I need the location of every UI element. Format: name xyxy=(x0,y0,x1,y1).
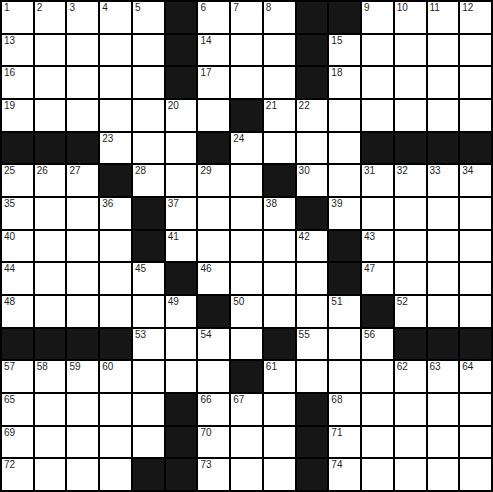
cell-r1-c15[interactable]: 12 xyxy=(460,2,491,33)
cell-r9-c12[interactable]: 47 xyxy=(362,263,393,294)
cell-r13-c9[interactable] xyxy=(264,394,295,425)
cell-r13-c11[interactable]: 68 xyxy=(329,394,360,425)
cell-r14-c5[interactable] xyxy=(133,427,164,458)
clue-number: 31 xyxy=(364,165,375,177)
black-cell-r10-c7 xyxy=(198,296,229,327)
clue-number: 7 xyxy=(233,2,239,14)
cell-r2-c3[interactable] xyxy=(67,35,98,66)
cell-r4-c13[interactable] xyxy=(395,100,426,131)
clue-number: 12 xyxy=(462,2,473,14)
cell-r7-c11[interactable]: 39 xyxy=(329,198,360,229)
cell-r12-c9[interactable]: 61 xyxy=(264,361,295,392)
black-cell-r2-c6 xyxy=(166,35,197,66)
cell-r15-c12[interactable] xyxy=(362,459,393,490)
black-cell-r5-c13 xyxy=(395,133,426,164)
cell-r4-c2[interactable] xyxy=(35,100,66,131)
cell-r8-c7[interactable] xyxy=(198,231,229,262)
cell-r5-c5[interactable] xyxy=(133,133,164,164)
cell-r9-c2[interactable] xyxy=(35,263,66,294)
cell-r2-c8[interactable] xyxy=(231,35,262,66)
cell-r7-c6[interactable]: 37 xyxy=(166,198,197,229)
clue-number: 11 xyxy=(430,2,440,14)
cell-r2-c2[interactable] xyxy=(35,35,66,66)
cell-r12-c5[interactable] xyxy=(133,361,164,392)
black-cell-r7-c10 xyxy=(297,198,328,229)
cell-r9-c5[interactable]: 45 xyxy=(133,263,164,294)
cell-r13-c15[interactable] xyxy=(460,394,491,425)
cell-r15-c3[interactable] xyxy=(67,459,98,490)
cell-r7-c8[interactable] xyxy=(231,198,262,229)
black-cell-r4-c8 xyxy=(231,100,262,131)
cell-r15-c9[interactable] xyxy=(264,459,295,490)
cell-r15-c11[interactable]: 74 xyxy=(329,459,360,490)
cell-r5-c6[interactable] xyxy=(166,133,197,164)
cell-r14-c13[interactable] xyxy=(395,427,426,458)
clue-number: 23 xyxy=(102,133,113,145)
cell-r5-c4[interactable]: 23 xyxy=(100,133,131,164)
black-cell-r5-c1 xyxy=(2,133,33,164)
cell-r9-c1[interactable]: 44 xyxy=(2,263,33,294)
cell-r4-c11[interactable] xyxy=(329,100,360,131)
black-cell-r1-c10 xyxy=(297,2,328,33)
clue-number: 50 xyxy=(233,296,244,308)
clue-number: 20 xyxy=(168,100,179,112)
cell-r7-c3[interactable] xyxy=(67,198,98,229)
cell-r7-c14[interactable] xyxy=(428,198,459,229)
cell-r10-c8[interactable]: 50 xyxy=(231,296,262,327)
black-cell-r7-c5 xyxy=(133,198,164,229)
cell-r11-c8[interactable] xyxy=(231,329,262,360)
black-cell-r14-c6 xyxy=(166,427,197,458)
cell-r13-c8[interactable]: 67 xyxy=(231,394,262,425)
clue-number: 4 xyxy=(102,2,108,14)
cell-r4-c10[interactable]: 22 xyxy=(297,100,328,131)
black-cell-r11-c1 xyxy=(2,329,33,360)
cell-r6-c15[interactable]: 34 xyxy=(460,165,491,196)
clue-number: 74 xyxy=(331,459,342,471)
cell-r3-c11[interactable]: 18 xyxy=(329,67,360,98)
cell-r10-c1[interactable]: 48 xyxy=(2,296,33,327)
cell-r3-c15[interactable] xyxy=(460,67,491,98)
cell-r1-c2[interactable]: 2 xyxy=(35,2,66,33)
clue-number: 48 xyxy=(4,296,15,308)
clue-number: 68 xyxy=(331,394,342,406)
cell-r3-c5[interactable] xyxy=(133,67,164,98)
clue-number: 25 xyxy=(4,165,15,177)
black-cell-r11-c2 xyxy=(35,329,66,360)
clue-number: 19 xyxy=(4,100,15,112)
cell-r12-c3[interactable]: 59 xyxy=(67,361,98,392)
cell-r1-c4[interactable]: 4 xyxy=(100,2,131,33)
clue-number: 9 xyxy=(364,2,370,14)
cell-r12-c15[interactable]: 64 xyxy=(460,361,491,392)
cell-r9-c15[interactable] xyxy=(460,263,491,294)
cell-r4-c3[interactable] xyxy=(67,100,98,131)
cell-r8-c8[interactable] xyxy=(231,231,262,262)
cell-r7-c15[interactable] xyxy=(460,198,491,229)
cell-r13-c1[interactable]: 65 xyxy=(2,394,33,425)
black-cell-r13-c6 xyxy=(166,394,197,425)
cell-r3-c13[interactable] xyxy=(395,67,426,98)
cell-r6-c10[interactable]: 30 xyxy=(297,165,328,196)
cell-r8-c3[interactable] xyxy=(67,231,98,262)
black-cell-r5-c15 xyxy=(460,133,491,164)
cell-r7-c4[interactable]: 36 xyxy=(100,198,131,229)
clue-number: 58 xyxy=(37,361,48,373)
cell-r6-c13[interactable]: 32 xyxy=(395,165,426,196)
clue-number: 13 xyxy=(4,35,15,47)
cell-r7-c13[interactable] xyxy=(395,198,426,229)
cell-r10-c11[interactable]: 51 xyxy=(329,296,360,327)
cell-r9-c14[interactable] xyxy=(428,263,459,294)
black-cell-r11-c14 xyxy=(428,329,459,360)
clue-number: 18 xyxy=(331,67,342,79)
black-cell-r9-c11 xyxy=(329,263,360,294)
black-cell-r15-c6 xyxy=(166,459,197,490)
cell-r8-c14[interactable] xyxy=(428,231,459,262)
black-cell-r9-c6 xyxy=(166,263,197,294)
black-cell-r12-c8 xyxy=(231,361,262,392)
cell-r3-c8[interactable] xyxy=(231,67,262,98)
cell-r15-c1[interactable]: 72 xyxy=(2,459,33,490)
cell-r13-c2[interactable] xyxy=(35,394,66,425)
cell-r6-c11[interactable] xyxy=(329,165,360,196)
cell-r12-c14[interactable]: 63 xyxy=(428,361,459,392)
black-cell-r15-c5 xyxy=(133,459,164,490)
cell-r9-c10[interactable] xyxy=(297,263,328,294)
cell-r4-c6[interactable]: 20 xyxy=(166,100,197,131)
cell-r10-c2[interactable] xyxy=(35,296,66,327)
cell-r12-c4[interactable]: 60 xyxy=(100,361,131,392)
cell-r3-c14[interactable] xyxy=(428,67,459,98)
cell-r2-c9[interactable] xyxy=(264,35,295,66)
cell-r1-c1[interactable]: 1 xyxy=(2,2,33,33)
cell-r9-c9[interactable] xyxy=(264,263,295,294)
cell-r6-c12[interactable]: 31 xyxy=(362,165,393,196)
cell-r14-c8[interactable] xyxy=(231,427,262,458)
cell-r8-c15[interactable] xyxy=(460,231,491,262)
cell-r7-c2[interactable] xyxy=(35,198,66,229)
cell-r9-c7[interactable]: 46 xyxy=(198,263,229,294)
black-cell-r8-c5 xyxy=(133,231,164,262)
clue-number: 30 xyxy=(299,165,310,177)
black-cell-r6-c9 xyxy=(264,165,295,196)
black-cell-r11-c3 xyxy=(67,329,98,360)
cell-r15-c14[interactable] xyxy=(428,459,459,490)
clue-number: 62 xyxy=(397,361,408,373)
cell-r14-c9[interactable] xyxy=(264,427,295,458)
clue-number: 36 xyxy=(102,198,113,210)
cell-r14-c2[interactable] xyxy=(35,427,66,458)
cell-r8-c2[interactable] xyxy=(35,231,66,262)
cell-r7-c1[interactable]: 35 xyxy=(2,198,33,229)
cell-r14-c3[interactable] xyxy=(67,427,98,458)
clue-number: 33 xyxy=(430,165,441,177)
cell-r4-c15[interactable] xyxy=(460,100,491,131)
clue-number: 67 xyxy=(233,394,244,406)
cell-r15-c15[interactable] xyxy=(460,459,491,490)
cell-r12-c2[interactable]: 58 xyxy=(35,361,66,392)
clue-number: 41 xyxy=(168,231,179,243)
cell-r1-c14[interactable]: 11 xyxy=(428,2,459,33)
cell-r7-c12[interactable] xyxy=(362,198,393,229)
cell-r10-c14[interactable] xyxy=(428,296,459,327)
cell-r12-c11[interactable] xyxy=(329,361,360,392)
clue-number: 55 xyxy=(299,329,310,341)
clue-number: 40 xyxy=(4,231,15,243)
cell-r13-c13[interactable] xyxy=(395,394,426,425)
cell-r2-c7[interactable]: 14 xyxy=(198,35,229,66)
cell-r13-c3[interactable] xyxy=(67,394,98,425)
clue-number: 57 xyxy=(4,361,15,373)
clue-number: 38 xyxy=(266,198,277,210)
clue-number: 45 xyxy=(135,263,146,275)
clue-number: 16 xyxy=(4,67,15,79)
clue-number: 14 xyxy=(200,35,211,47)
clue-number: 6 xyxy=(200,2,206,14)
cell-r4-c9[interactable]: 21 xyxy=(264,100,295,131)
cell-r10-c13[interactable]: 52 xyxy=(395,296,426,327)
clue-number: 5 xyxy=(135,2,141,14)
black-cell-r1-c11 xyxy=(329,2,360,33)
cell-r15-c2[interactable] xyxy=(35,459,66,490)
clue-number: 1 xyxy=(4,2,10,14)
black-cell-r5-c12 xyxy=(362,133,393,164)
cell-r15-c13[interactable] xyxy=(395,459,426,490)
clue-number: 54 xyxy=(200,329,211,341)
cell-r7-c7[interactable] xyxy=(198,198,229,229)
cell-r9-c3[interactable] xyxy=(67,263,98,294)
black-cell-r3-c6 xyxy=(166,67,197,98)
black-cell-r5-c2 xyxy=(35,133,66,164)
cell-r15-c7[interactable]: 73 xyxy=(198,459,229,490)
cell-r11-c11[interactable] xyxy=(329,329,360,360)
clue-number: 28 xyxy=(135,165,146,177)
cell-r14-c7[interactable]: 70 xyxy=(198,427,229,458)
clue-number: 52 xyxy=(397,296,408,308)
black-cell-r15-c10 xyxy=(297,459,328,490)
clue-number: 10 xyxy=(397,2,408,14)
cell-r5-c10[interactable] xyxy=(297,133,328,164)
black-cell-r1-c6 xyxy=(166,2,197,33)
cell-r1-c9[interactable]: 8 xyxy=(264,2,295,33)
clue-number: 63 xyxy=(430,361,441,373)
cell-r4-c4[interactable] xyxy=(100,100,131,131)
cell-r9-c4[interactable] xyxy=(100,263,131,294)
cell-r2-c13[interactable] xyxy=(395,35,426,66)
cell-r8-c4[interactable] xyxy=(100,231,131,262)
cell-r7-c9[interactable]: 38 xyxy=(264,198,295,229)
black-cell-r10-c12 xyxy=(362,296,393,327)
cell-r8-c1[interactable]: 40 xyxy=(2,231,33,262)
cell-r14-c11[interactable]: 71 xyxy=(329,427,360,458)
clue-number: 37 xyxy=(168,198,179,210)
cell-r3-c7[interactable]: 17 xyxy=(198,67,229,98)
cell-r11-c10[interactable]: 55 xyxy=(297,329,328,360)
clue-number: 65 xyxy=(4,394,15,406)
cell-r10-c5[interactable] xyxy=(133,296,164,327)
black-cell-r5-c7 xyxy=(198,133,229,164)
cell-r12-c1[interactable]: 57 xyxy=(2,361,33,392)
cell-r4-c14[interactable] xyxy=(428,100,459,131)
cell-r6-c6[interactable] xyxy=(166,165,197,196)
cell-r8-c13[interactable] xyxy=(395,231,426,262)
clue-number: 32 xyxy=(397,165,408,177)
cell-r11-c7[interactable]: 54 xyxy=(198,329,229,360)
clue-number: 42 xyxy=(299,231,310,243)
black-cell-r14-c10 xyxy=(297,427,328,458)
cell-r11-c5[interactable]: 53 xyxy=(133,329,164,360)
cell-r10-c6[interactable]: 49 xyxy=(166,296,197,327)
cell-r3-c4[interactable] xyxy=(100,67,131,98)
cell-r2-c14[interactable] xyxy=(428,35,459,66)
clue-number: 47 xyxy=(364,263,375,275)
clue-number: 22 xyxy=(299,100,310,112)
cell-r12-c13[interactable]: 62 xyxy=(395,361,426,392)
cell-r8-c6[interactable]: 41 xyxy=(166,231,197,262)
clue-number: 15 xyxy=(331,35,342,47)
cell-r9-c8[interactable] xyxy=(231,263,262,294)
clue-number: 2 xyxy=(37,2,43,14)
cell-r1-c13[interactable]: 10 xyxy=(395,2,426,33)
cell-r6-c7[interactable]: 29 xyxy=(198,165,229,196)
cell-r2-c5[interactable] xyxy=(133,35,164,66)
cell-r12-c12[interactable] xyxy=(362,361,393,392)
cell-r6-c3[interactable]: 27 xyxy=(67,165,98,196)
cell-r1-c7[interactable]: 6 xyxy=(198,2,229,33)
cell-r9-c13[interactable] xyxy=(395,263,426,294)
clue-number: 26 xyxy=(37,165,48,177)
cell-r14-c14[interactable] xyxy=(428,427,459,458)
black-cell-r11-c13 xyxy=(395,329,426,360)
cell-r6-c5[interactable]: 28 xyxy=(133,165,164,196)
cell-r8-c12[interactable]: 43 xyxy=(362,231,393,262)
black-cell-r11-c15 xyxy=(460,329,491,360)
clue-number: 61 xyxy=(266,361,277,373)
cell-r14-c12[interactable] xyxy=(362,427,393,458)
clue-number: 39 xyxy=(331,198,342,210)
cell-r12-c10[interactable] xyxy=(297,361,328,392)
cell-r14-c15[interactable] xyxy=(460,427,491,458)
clue-number: 60 xyxy=(102,361,113,373)
clue-number: 70 xyxy=(200,427,211,439)
cell-r8-c9[interactable] xyxy=(264,231,295,262)
clue-number: 72 xyxy=(4,459,15,471)
cell-r1-c3[interactable]: 3 xyxy=(67,2,98,33)
clue-number: 3 xyxy=(69,2,75,14)
cell-r2-c1[interactable]: 13 xyxy=(2,35,33,66)
cell-r4-c7[interactable] xyxy=(198,100,229,131)
cell-r10-c9[interactable] xyxy=(264,296,295,327)
cell-r6-c14[interactable]: 33 xyxy=(428,165,459,196)
cell-r2-c4[interactable] xyxy=(100,35,131,66)
clue-number: 59 xyxy=(69,361,80,373)
black-cell-r8-c11 xyxy=(329,231,360,262)
cell-r10-c4[interactable] xyxy=(100,296,131,327)
clue-number: 49 xyxy=(168,296,179,308)
clue-number: 53 xyxy=(135,329,146,341)
cell-r11-c6[interactable] xyxy=(166,329,197,360)
clue-number: 71 xyxy=(331,427,342,439)
cell-r3-c1[interactable]: 16 xyxy=(2,67,33,98)
cell-r10-c3[interactable] xyxy=(67,296,98,327)
clue-number: 34 xyxy=(462,165,473,177)
black-cell-r13-c10 xyxy=(297,394,328,425)
cell-r15-c8[interactable] xyxy=(231,459,262,490)
cell-r12-c7[interactable] xyxy=(198,361,229,392)
cell-r2-c11[interactable]: 15 xyxy=(329,35,360,66)
clue-number: 17 xyxy=(200,67,211,79)
cell-r1-c8[interactable]: 7 xyxy=(231,2,262,33)
cell-r6-c2[interactable]: 26 xyxy=(35,165,66,196)
clue-number: 64 xyxy=(462,361,473,373)
cell-r5-c11[interactable] xyxy=(329,133,360,164)
cell-r11-c12[interactable]: 56 xyxy=(362,329,393,360)
cell-r8-c10[interactable]: 42 xyxy=(297,231,328,262)
clue-number: 27 xyxy=(69,165,80,177)
cell-r4-c1[interactable]: 19 xyxy=(2,100,33,131)
clue-number: 56 xyxy=(364,329,375,341)
black-cell-r6-c4 xyxy=(100,165,131,196)
cell-r13-c5[interactable] xyxy=(133,394,164,425)
cell-r13-c14[interactable] xyxy=(428,394,459,425)
cell-r10-c10[interactable] xyxy=(297,296,328,327)
black-cell-r3-c10 xyxy=(297,67,328,98)
clue-number: 66 xyxy=(200,394,211,406)
cell-r3-c12[interactable] xyxy=(362,67,393,98)
cell-r6-c1[interactable]: 25 xyxy=(2,165,33,196)
cell-r3-c3[interactable] xyxy=(67,67,98,98)
cell-r6-c8[interactable] xyxy=(231,165,262,196)
cell-r1-c5[interactable]: 5 xyxy=(133,2,164,33)
clue-number: 21 xyxy=(266,100,277,112)
cell-r1-c12[interactable]: 9 xyxy=(362,2,393,33)
cell-r2-c12[interactable] xyxy=(362,35,393,66)
black-cell-r2-c10 xyxy=(297,35,328,66)
cell-r4-c5[interactable] xyxy=(133,100,164,131)
cell-r3-c2[interactable] xyxy=(35,67,66,98)
cell-r14-c4[interactable] xyxy=(100,427,131,458)
cell-r15-c4[interactable] xyxy=(100,459,131,490)
black-cell-r11-c9 xyxy=(264,329,295,360)
cell-r5-c9[interactable] xyxy=(264,133,295,164)
clue-number: 35 xyxy=(4,198,15,210)
cell-r2-c15[interactable] xyxy=(460,35,491,66)
cell-r3-c9[interactable] xyxy=(264,67,295,98)
crossword-grid: 1234567891011121314151617181920212223242… xyxy=(0,0,493,492)
clue-number: 43 xyxy=(364,231,375,243)
black-cell-r5-c3 xyxy=(67,133,98,164)
black-cell-r5-c14 xyxy=(428,133,459,164)
black-cell-r11-c4 xyxy=(100,329,131,360)
clue-number: 73 xyxy=(200,459,211,471)
cell-r10-c15[interactable] xyxy=(460,296,491,327)
clue-number: 29 xyxy=(200,165,211,177)
cell-r14-c1[interactable]: 69 xyxy=(2,427,33,458)
clue-number: 69 xyxy=(4,427,15,439)
cell-r13-c4[interactable] xyxy=(100,394,131,425)
cell-r13-c12[interactable] xyxy=(362,394,393,425)
clue-number: 8 xyxy=(266,2,272,14)
clue-number: 44 xyxy=(4,263,15,275)
clue-number: 24 xyxy=(233,133,244,145)
cell-r12-c6[interactable] xyxy=(166,361,197,392)
clue-number: 46 xyxy=(200,263,211,275)
cell-r4-c12[interactable] xyxy=(362,100,393,131)
clue-number: 51 xyxy=(331,296,342,308)
cell-r13-c7[interactable]: 66 xyxy=(198,394,229,425)
cell-r5-c8[interactable]: 24 xyxy=(231,133,262,164)
